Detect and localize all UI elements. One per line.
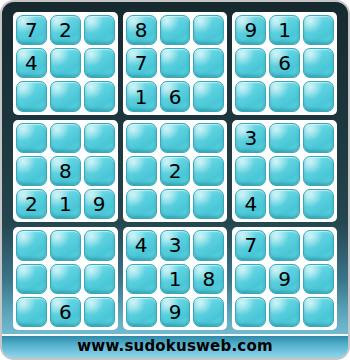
cell-r6c2[interactable]: 1	[50, 189, 81, 219]
sudoku-board: 7248716916821923464318979	[13, 12, 337, 330]
box-2: 8716	[123, 12, 228, 115]
cell-r6c9[interactable]	[303, 189, 334, 219]
cell-r1c2[interactable]: 2	[50, 15, 81, 45]
cell-r3c8[interactable]	[269, 81, 300, 111]
box-7: 6	[13, 227, 118, 330]
cell-r9c3[interactable]	[84, 297, 115, 327]
cell-r4c4[interactable]	[126, 123, 157, 153]
box-8: 43189	[123, 227, 228, 330]
box-3: 916	[232, 12, 337, 115]
cell-r6c7[interactable]: 4	[235, 189, 266, 219]
cell-r9c1[interactable]	[16, 297, 47, 327]
cell-r9c5[interactable]: 9	[160, 297, 191, 327]
cell-r7c4[interactable]: 4	[126, 230, 157, 260]
cell-r2c7[interactable]	[235, 48, 266, 78]
cell-r6c3[interactable]: 9	[84, 189, 115, 219]
cell-r2c9[interactable]	[303, 48, 334, 78]
cell-r2c3[interactable]	[84, 48, 115, 78]
cell-r5c4[interactable]	[126, 156, 157, 186]
cell-r9c6[interactable]	[193, 297, 224, 327]
footer-band: www.sudokusweb.com	[2, 334, 348, 355]
cell-r9c9[interactable]	[303, 297, 334, 327]
cell-r8c8[interactable]: 9	[269, 264, 300, 294]
cell-r8c5[interactable]: 1	[160, 264, 191, 294]
cell-r5c7[interactable]	[235, 156, 266, 186]
cell-r3c1[interactable]	[16, 81, 47, 111]
cell-r2c8[interactable]: 6	[269, 48, 300, 78]
cell-r8c2[interactable]	[50, 264, 81, 294]
cell-r7c3[interactable]	[84, 230, 115, 260]
cell-r5c5[interactable]: 2	[160, 156, 191, 186]
cell-r2c5[interactable]	[160, 48, 191, 78]
cell-r6c4[interactable]	[126, 189, 157, 219]
box-1: 724	[13, 12, 118, 115]
box-4: 8219	[13, 120, 118, 223]
cell-r7c7[interactable]: 7	[235, 230, 266, 260]
cell-r8c4[interactable]	[126, 264, 157, 294]
sudoku-app: 7248716916821923464318979 www.sudokusweb…	[0, 0, 350, 360]
cell-r7c1[interactable]	[16, 230, 47, 260]
cell-r3c6[interactable]	[193, 81, 224, 111]
box-9: 79	[232, 227, 337, 330]
cell-r6c8[interactable]	[269, 189, 300, 219]
cell-r4c6[interactable]	[193, 123, 224, 153]
cell-r3c2[interactable]	[50, 81, 81, 111]
cell-r4c2[interactable]	[50, 123, 81, 153]
cell-r4c1[interactable]	[16, 123, 47, 153]
cell-r7c6[interactable]	[193, 230, 224, 260]
cell-r4c5[interactable]	[160, 123, 191, 153]
cell-r1c3[interactable]	[84, 15, 115, 45]
cell-r1c8[interactable]: 1	[269, 15, 300, 45]
box-5: 2	[123, 120, 228, 223]
cell-r3c3[interactable]	[84, 81, 115, 111]
cell-r9c8[interactable]	[269, 297, 300, 327]
cell-r1c7[interactable]: 9	[235, 15, 266, 45]
cell-r6c5[interactable]	[160, 189, 191, 219]
cell-r1c1[interactable]: 7	[16, 15, 47, 45]
cell-r3c5[interactable]: 6	[160, 81, 191, 111]
cell-r1c4[interactable]: 8	[126, 15, 157, 45]
cell-r3c9[interactable]	[303, 81, 334, 111]
cell-r8c9[interactable]	[303, 264, 334, 294]
cell-r9c7[interactable]	[235, 297, 266, 327]
cell-r7c8[interactable]	[269, 230, 300, 260]
cell-r7c5[interactable]: 3	[160, 230, 191, 260]
cell-r6c1[interactable]: 2	[16, 189, 47, 219]
cell-r4c9[interactable]	[303, 123, 334, 153]
cell-r2c2[interactable]	[50, 48, 81, 78]
cell-r7c2[interactable]	[50, 230, 81, 260]
cell-r2c4[interactable]: 7	[126, 48, 157, 78]
cell-r2c1[interactable]: 4	[16, 48, 47, 78]
cell-r3c4[interactable]: 1	[126, 81, 157, 111]
cell-r4c8[interactable]	[269, 123, 300, 153]
cell-r4c7[interactable]: 3	[235, 123, 266, 153]
cell-r1c9[interactable]	[303, 15, 334, 45]
cell-r8c6[interactable]: 8	[193, 264, 224, 294]
cell-r8c7[interactable]	[235, 264, 266, 294]
cell-r1c5[interactable]	[160, 15, 191, 45]
cell-r3c7[interactable]	[235, 81, 266, 111]
cell-r5c9[interactable]	[303, 156, 334, 186]
cell-r9c4[interactable]	[126, 297, 157, 327]
cell-r5c3[interactable]	[84, 156, 115, 186]
cell-r9c2[interactable]: 6	[50, 297, 81, 327]
cell-r4c3[interactable]	[84, 123, 115, 153]
cell-r5c6[interactable]	[193, 156, 224, 186]
cell-r6c6[interactable]	[193, 189, 224, 219]
cell-r8c3[interactable]	[84, 264, 115, 294]
cell-r7c9[interactable]	[303, 230, 334, 260]
cell-r2c6[interactable]	[193, 48, 224, 78]
cell-r1c6[interactable]	[193, 15, 224, 45]
cell-r5c2[interactable]: 8	[50, 156, 81, 186]
box-6: 34	[232, 120, 337, 223]
site-url-link[interactable]: www.sudokusweb.com	[77, 337, 272, 355]
cell-r5c8[interactable]	[269, 156, 300, 186]
cell-r8c1[interactable]	[16, 264, 47, 294]
cell-r5c1[interactable]	[16, 156, 47, 186]
